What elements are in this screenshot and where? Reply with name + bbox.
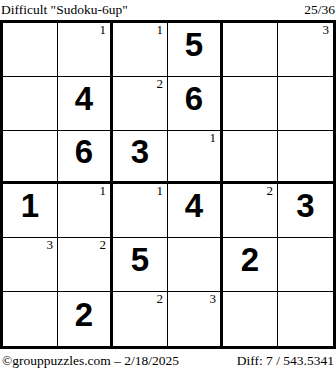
cell-r6c5[interactable] xyxy=(223,292,278,346)
pencil-mark: 1 xyxy=(157,23,164,38)
given-digit: 5 xyxy=(131,243,149,276)
cell-r6c4[interactable]: 3 xyxy=(168,292,223,346)
cell-r6c6[interactable] xyxy=(278,292,333,346)
given-digit: 6 xyxy=(185,82,203,115)
cell-r5c5[interactable]: 2 xyxy=(223,238,278,292)
given-digit: 4 xyxy=(75,82,93,115)
remaining-counter: 25/36 xyxy=(304,2,335,18)
cell-r2c2[interactable]: 4 xyxy=(58,77,113,131)
pencil-mark: 2 xyxy=(157,77,164,92)
cell-r2c6[interactable] xyxy=(278,77,333,131)
pencil-mark: 1 xyxy=(100,23,107,38)
given-digit: 4 xyxy=(185,189,203,222)
pencil-mark: 2 xyxy=(157,292,164,307)
page-title: Difficult "Sudoku-6up" xyxy=(1,2,128,18)
cell-r3c4[interactable]: 1 xyxy=(168,131,223,185)
cell-r5c3[interactable]: 5 xyxy=(113,238,168,292)
cell-r2c1[interactable] xyxy=(3,77,58,131)
cell-r3c1[interactable] xyxy=(3,131,58,185)
cell-r3c2[interactable]: 6 xyxy=(58,131,113,185)
cell-r3c6[interactable] xyxy=(278,131,333,185)
cell-r4c5[interactable]: 2 xyxy=(223,184,278,238)
cell-r3c5[interactable] xyxy=(223,131,278,185)
pencil-mark: 2 xyxy=(267,184,274,199)
given-digit: 3 xyxy=(131,135,149,168)
cell-r6c1[interactable] xyxy=(3,292,58,346)
footer-copyright: ©grouppuzzles.com – 2/18/2025 xyxy=(2,353,179,369)
cell-r3c3[interactable]: 3 xyxy=(113,131,168,185)
pencil-mark: 3 xyxy=(210,292,217,307)
cell-r1c2[interactable]: 1 xyxy=(58,23,113,77)
pencil-mark: 3 xyxy=(47,238,54,253)
cell-r2c4[interactable]: 6 xyxy=(168,77,223,131)
pencil-mark: 1 xyxy=(210,131,217,146)
given-digit: 3 xyxy=(296,189,314,222)
cell-r6c3[interactable]: 2 xyxy=(113,292,168,346)
footer: ©grouppuzzles.com – 2/18/2025 Diff: 7 / … xyxy=(0,349,336,370)
given-digit: 2 xyxy=(241,243,259,276)
given-digit: 5 xyxy=(185,28,203,61)
cell-r4c3[interactable]: 1 xyxy=(113,184,168,238)
cell-r1c3[interactable]: 1 xyxy=(113,23,168,77)
sudoku-board: 11534266311114233252223 xyxy=(0,20,336,349)
pencil-mark: 3 xyxy=(323,23,330,38)
cell-r5c4[interactable] xyxy=(168,238,223,292)
cell-r4c4[interactable]: 4 xyxy=(168,184,223,238)
cell-r1c4[interactable]: 5 xyxy=(168,23,223,77)
cell-r1c1[interactable] xyxy=(3,23,58,77)
cell-r1c5[interactable] xyxy=(223,23,278,77)
cell-r1c6[interactable]: 3 xyxy=(278,23,333,77)
given-digit: 2 xyxy=(75,298,93,331)
cell-r4c6[interactable]: 3 xyxy=(278,184,333,238)
cell-r5c1[interactable]: 3 xyxy=(3,238,58,292)
cell-r4c1[interactable]: 1 xyxy=(3,184,58,238)
cell-r2c5[interactable] xyxy=(223,77,278,131)
given-digit: 6 xyxy=(75,135,93,168)
cell-r6c2[interactable]: 2 xyxy=(58,292,113,346)
cell-r4c2[interactable]: 1 xyxy=(58,184,113,238)
cell-r5c2[interactable]: 2 xyxy=(58,238,113,292)
cell-r2c3[interactable]: 2 xyxy=(113,77,168,131)
given-digit: 1 xyxy=(21,189,39,222)
pencil-mark: 2 xyxy=(100,238,107,253)
pencil-mark: 1 xyxy=(157,184,164,199)
pencil-mark: 1 xyxy=(100,184,107,199)
cell-r5c6[interactable] xyxy=(278,238,333,292)
header: Difficult "Sudoku-6up" 25/36 xyxy=(0,0,336,20)
footer-difficulty: Diff: 7 / 543.5341 xyxy=(237,353,334,369)
